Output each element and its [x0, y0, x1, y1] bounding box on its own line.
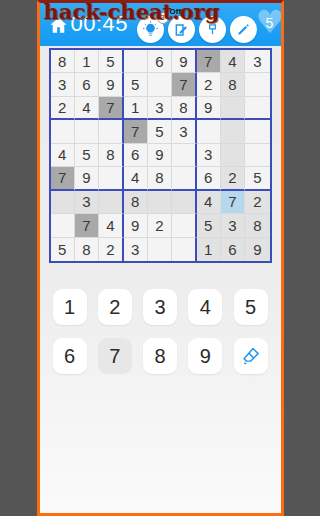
cell-r8c2[interactable]: 7 — [75, 214, 99, 237]
app-bar: 00:45 3 Off ♥ — [40, 3, 281, 46]
cell-r6c1[interactable]: 7 — [51, 167, 75, 190]
cell-r4c1[interactable] — [51, 120, 75, 143]
cell-r9c7[interactable]: 1 — [197, 238, 221, 261]
number-pad: 12345 6789 — [40, 289, 281, 374]
cell-r9c5[interactable] — [148, 238, 172, 261]
cell-r1c6[interactable]: 9 — [172, 50, 196, 73]
cell-r2c3[interactable]: 9 — [99, 73, 123, 96]
numpad-5-button[interactable]: 5 — [234, 289, 268, 325]
cell-r9c8[interactable]: 6 — [221, 238, 245, 261]
cell-r5c6[interactable] — [172, 144, 196, 167]
numpad-4-button[interactable]: 4 — [188, 289, 222, 325]
cell-r3c4[interactable]: 1 — [124, 97, 148, 120]
cell-r5c9[interactable] — [245, 144, 269, 167]
color-pencil-button[interactable] — [230, 16, 257, 43]
game-timer: 00:45 — [71, 11, 129, 37]
cell-r4c7[interactable] — [197, 120, 221, 143]
number-pad-row-2: 6789 — [53, 338, 268, 374]
cell-r5c8[interactable] — [221, 144, 245, 167]
cell-r1c4[interactable] — [124, 50, 148, 73]
cell-r3c2[interactable]: 4 — [75, 97, 99, 120]
cell-r6c9[interactable]: 5 — [245, 167, 269, 190]
cell-r8c3[interactable]: 4 — [99, 214, 123, 237]
cell-r2c9[interactable] — [245, 73, 269, 96]
cell-r1c2[interactable]: 1 — [75, 50, 99, 73]
numpad-3-button[interactable]: 3 — [143, 289, 177, 325]
cell-r1c1[interactable]: 8 — [51, 50, 75, 73]
cell-r9c2[interactable]: 8 — [75, 238, 99, 261]
cell-r5c2[interactable]: 5 — [75, 144, 99, 167]
cell-r4c9[interactable] — [245, 120, 269, 143]
cell-r5c1[interactable]: 4 — [51, 144, 75, 167]
cell-r7c7[interactable]: 4 — [197, 191, 221, 214]
cell-r7c2[interactable]: 3 — [75, 191, 99, 214]
notes-off-label: Off — [170, 7, 182, 16]
cell-r6c2[interactable]: 9 — [75, 167, 99, 190]
numpad-8-button[interactable]: 8 — [143, 338, 177, 374]
cell-r6c8[interactable]: 2 — [221, 167, 245, 190]
cell-r4c8[interactable] — [221, 120, 245, 143]
cell-r6c6[interactable] — [172, 167, 196, 190]
cell-r9c6[interactable] — [172, 238, 196, 261]
cell-r4c3[interactable] — [99, 120, 123, 143]
lives-indicator[interactable]: ♥ 5 — [256, 11, 284, 41]
eraser-icon — [240, 345, 262, 367]
hint-count-badge: 3 — [157, 12, 169, 24]
cell-r1c3[interactable]: 5 — [99, 50, 123, 73]
cell-r8c5[interactable]: 2 — [148, 214, 172, 237]
lives-count: 5 — [256, 15, 284, 31]
cell-r8c4[interactable]: 9 — [124, 214, 148, 237]
cell-r9c1[interactable]: 5 — [51, 238, 75, 261]
cell-r7c5[interactable] — [148, 191, 172, 214]
cell-r3c9[interactable] — [245, 97, 269, 120]
cell-r8c1[interactable] — [51, 214, 75, 237]
cell-r2c4[interactable]: 5 — [124, 73, 148, 96]
sudoku-board: 8156974336957282471389753458693794862538… — [49, 48, 272, 263]
cell-r3c6[interactable]: 8 — [172, 97, 196, 120]
app-window: hack-cheat.org 00:45 3 Off — [37, 0, 284, 516]
hint-lightbulb-icon — [142, 21, 159, 38]
cell-r1c9[interactable]: 3 — [245, 50, 269, 73]
cell-r4c6[interactable]: 3 — [172, 120, 196, 143]
numpad-7-button[interactable]: 7 — [98, 338, 132, 374]
cell-r6c4[interactable]: 4 — [124, 167, 148, 190]
cell-r7c1[interactable] — [51, 191, 75, 214]
cell-r9c3[interactable]: 2 — [99, 238, 123, 261]
cell-r2c2[interactable]: 6 — [75, 73, 99, 96]
cell-r8c8[interactable]: 3 — [221, 214, 245, 237]
number-pad-row-1: 12345 — [53, 289, 268, 325]
cell-r7c8[interactable]: 7 — [221, 191, 245, 214]
cell-r3c5[interactable]: 3 — [148, 97, 172, 120]
cell-r2c7[interactable]: 2 — [197, 73, 221, 96]
cell-r2c6[interactable]: 7 — [172, 73, 196, 96]
cell-r6c3[interactable] — [99, 167, 123, 190]
cell-r7c9[interactable]: 2 — [245, 191, 269, 214]
cell-r5c7[interactable]: 3 — [197, 144, 221, 167]
cell-r3c7[interactable]: 9 — [197, 97, 221, 120]
pin-button[interactable] — [199, 16, 226, 43]
eraser-button[interactable] — [234, 338, 268, 374]
cell-r8c6[interactable] — [172, 214, 196, 237]
notes-clipboard-pencil-icon — [173, 22, 189, 38]
pin-icon — [205, 22, 220, 37]
cell-r2c8[interactable]: 8 — [221, 73, 245, 96]
pencil-icon — [236, 22, 251, 37]
notes-button[interactable] — [168, 16, 195, 43]
cell-r2c5[interactable] — [148, 73, 172, 96]
cell-r9c4[interactable]: 3 — [124, 238, 148, 261]
cell-r8c7[interactable]: 5 — [197, 214, 221, 237]
cell-r6c5[interactable]: 8 — [148, 167, 172, 190]
cell-r4c5[interactable]: 5 — [148, 120, 172, 143]
cell-r1c7[interactable]: 7 — [197, 50, 221, 73]
cell-r8c9[interactable]: 8 — [245, 214, 269, 237]
cell-r3c8[interactable] — [221, 97, 245, 120]
cell-r3c1[interactable]: 2 — [51, 97, 75, 120]
numpad-6-button[interactable]: 6 — [53, 338, 87, 374]
cell-r5c5[interactable]: 9 — [148, 144, 172, 167]
numpad-9-button[interactable]: 9 — [188, 338, 222, 374]
cell-r7c6[interactable] — [172, 191, 196, 214]
home-icon[interactable] — [48, 15, 69, 36]
cell-r5c4[interactable]: 6 — [124, 144, 148, 167]
cell-r4c4[interactable]: 7 — [124, 120, 148, 143]
cell-r7c4[interactable]: 8 — [124, 191, 148, 214]
cell-r4c2[interactable] — [75, 120, 99, 143]
cell-r9c9[interactable]: 9 — [245, 238, 269, 261]
cell-r2c1[interactable]: 3 — [51, 73, 75, 96]
cell-r3c3[interactable]: 7 — [99, 97, 123, 120]
hint-button[interactable]: 3 — [137, 16, 164, 43]
cell-r7c3[interactable] — [99, 191, 123, 214]
cell-r1c8[interactable]: 4 — [221, 50, 245, 73]
cell-r6c7[interactable]: 6 — [197, 167, 221, 190]
numpad-2-button[interactable]: 2 — [98, 289, 132, 325]
numpad-1-button[interactable]: 1 — [53, 289, 87, 325]
cell-r1c5[interactable]: 6 — [148, 50, 172, 73]
cell-r5c3[interactable]: 8 — [99, 144, 123, 167]
